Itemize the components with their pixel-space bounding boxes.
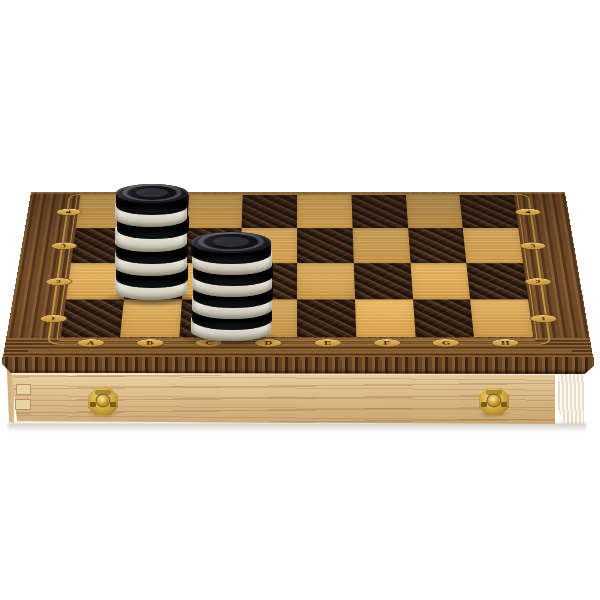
brass-clasp-right: [479, 388, 509, 415]
file-label-a: A: [76, 338, 105, 346]
clasp-knob: [488, 395, 500, 406]
clasp-knob: [97, 395, 109, 406]
clasp-slot: [90, 402, 96, 407]
file-label-b: B: [136, 338, 164, 346]
clasp-slot: [110, 402, 116, 407]
clasp-slot: [501, 402, 507, 407]
rank-label-left-1: 1: [39, 315, 68, 323]
finger-joint: [15, 399, 31, 410]
lighting-tint-overlay: [3, 192, 593, 357]
rank-label-left-2: 2: [44, 278, 72, 286]
file-label-g: G: [432, 338, 460, 346]
product-photo-scene: ABCDEFGH11223344: [0, 0, 600, 600]
clasp-slot: [481, 402, 487, 407]
rank-label-right-1: 1: [529, 315, 558, 323]
file-label-f: F: [373, 338, 401, 346]
checker-stack-c1: [191, 232, 271, 341]
checker-top-face: [191, 232, 271, 253]
rank-label-right-4: 4: [515, 208, 542, 215]
board-front-edge-face: [2, 357, 594, 374]
board-top-face: ABCDEFGH11223344: [3, 192, 593, 357]
checker-top-face: [116, 184, 188, 203]
finger-joint: [16, 384, 31, 395]
rank-label-right-2: 2: [524, 278, 552, 286]
file-label-h: H: [491, 338, 520, 346]
checker-stack-b2: [115, 184, 187, 300]
black-checker: [191, 232, 271, 264]
box-right-end-face: [553, 373, 584, 425]
file-label-e: E: [314, 338, 342, 346]
box-drop-shadow: [8, 423, 586, 432]
black-checker: [116, 184, 188, 215]
brass-clasp-left: [88, 388, 118, 415]
